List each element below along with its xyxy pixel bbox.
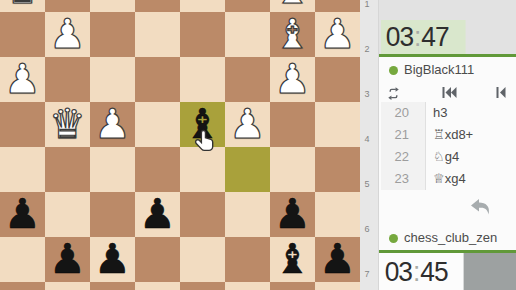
piece-black-pawn[interactable]: ♟ bbox=[0, 192, 45, 237]
online-status-dot bbox=[389, 234, 398, 243]
top-player-row: BigBlack111 bbox=[379, 62, 516, 78]
square-c2[interactable] bbox=[225, 12, 270, 57]
square-g5[interactable] bbox=[45, 147, 90, 192]
move-number: 20 bbox=[379, 102, 409, 124]
square-g2[interactable]: ♟ bbox=[45, 12, 90, 57]
rank-label-5: 5 bbox=[360, 179, 374, 189]
refresh-icon[interactable] bbox=[386, 86, 401, 101]
square-a3[interactable] bbox=[315, 57, 360, 102]
square-c6[interactable] bbox=[225, 192, 270, 237]
square-b2[interactable]: ♝ bbox=[270, 12, 315, 57]
square-b3[interactable]: ♟ bbox=[270, 57, 315, 102]
piece-white-queen[interactable]: ♛ bbox=[45, 102, 90, 147]
piece-black-pawn[interactable]: ♟ bbox=[270, 192, 315, 237]
move-san[interactable]: ♘g4 bbox=[433, 146, 459, 168]
square-a7[interactable]: ♟ bbox=[315, 237, 360, 282]
move-row[interactable]: 21 ♖xd8+ bbox=[379, 124, 516, 146]
game-sidebar: 03:47 BigBlack111 20 h3 21 ♖xd8+ bbox=[379, 0, 516, 290]
square-c3[interactable] bbox=[225, 57, 270, 102]
top-player-clock: 03:47 bbox=[381, 20, 466, 54]
square-h5[interactable] bbox=[0, 147, 45, 192]
piece-white-pawn[interactable]: ♟ bbox=[315, 12, 360, 57]
square-c4[interactable]: ♟ bbox=[225, 102, 270, 147]
square-a4[interactable] bbox=[315, 102, 360, 147]
square-g6[interactable] bbox=[45, 192, 90, 237]
square-h1[interactable]: ♚ bbox=[0, 0, 45, 12]
square-h8[interactable] bbox=[0, 282, 45, 290]
undo-icon[interactable] bbox=[467, 196, 497, 218]
square-a8[interactable] bbox=[315, 282, 360, 290]
move-san[interactable]: ♖xd8+ bbox=[433, 124, 473, 146]
square-f6[interactable] bbox=[90, 192, 135, 237]
move-list-panel: 20 h3 21 ♖xd8+ 22 ♘g4 23 ♕xg4 bbox=[379, 84, 516, 190]
piece-white-pawn[interactable]: ♟ bbox=[45, 12, 90, 57]
square-e1[interactable] bbox=[135, 0, 180, 12]
step-back-icon[interactable] bbox=[495, 86, 507, 99]
piece-black-bishop[interactable]: ♝ bbox=[270, 237, 315, 282]
move-san[interactable]: ♕xg4 bbox=[433, 168, 466, 190]
square-f3[interactable] bbox=[90, 57, 135, 102]
move-number: 23 bbox=[379, 168, 409, 190]
square-f1[interactable] bbox=[90, 0, 135, 12]
square-b5[interactable] bbox=[270, 147, 315, 192]
bottom-clock-separator: : bbox=[412, 256, 420, 287]
move-san[interactable]: h3 bbox=[433, 102, 447, 124]
rank-label-6: 6 bbox=[360, 224, 374, 234]
bottom-player-row: chess_club_zen bbox=[379, 230, 516, 246]
rank-label-2: 2 bbox=[360, 44, 374, 54]
square-e5[interactable] bbox=[135, 147, 180, 192]
skip-to-start-icon[interactable] bbox=[441, 86, 458, 99]
square-b7[interactable]: ♝ bbox=[270, 237, 315, 282]
top-player-name: BigBlack111 bbox=[404, 62, 474, 78]
move-row[interactable]: 22 ♘g4 bbox=[379, 146, 516, 168]
top-clock-separator: : bbox=[413, 21, 421, 52]
rank-label-7: 7 bbox=[360, 269, 374, 279]
square-d7[interactable] bbox=[180, 237, 225, 282]
square-e6[interactable]: ♟ bbox=[135, 192, 180, 237]
move-row[interactable]: 20 h3 bbox=[379, 102, 516, 124]
square-h6[interactable]: ♟ bbox=[0, 192, 45, 237]
piece-black-pawn[interactable]: ♟ bbox=[45, 237, 90, 282]
online-status-dot bbox=[389, 66, 398, 75]
square-f7[interactable]: ♟ bbox=[90, 237, 135, 282]
top-clock-seconds: 47 bbox=[421, 21, 448, 52]
piece-black-pawn[interactable]: ♟ bbox=[90, 237, 135, 282]
bottom-clock-seconds: 45 bbox=[420, 256, 447, 287]
square-a5[interactable] bbox=[315, 147, 360, 192]
square-e7[interactable] bbox=[135, 237, 180, 282]
square-g7[interactable]: ♟ bbox=[45, 237, 90, 282]
square-f8[interactable] bbox=[90, 282, 135, 290]
piece-white-king[interactable]: ♚ bbox=[0, 0, 45, 12]
bottom-player-clock: 03:45 bbox=[379, 253, 464, 290]
square-g3[interactable] bbox=[45, 57, 90, 102]
move-row[interactable]: 23 ♕xg4 bbox=[379, 168, 516, 190]
rank-label-3: 3 bbox=[360, 89, 374, 99]
square-h3[interactable]: ♟ bbox=[0, 57, 45, 102]
square-d8[interactable] bbox=[180, 282, 225, 290]
move-number: 21 bbox=[379, 124, 409, 146]
square-d1[interactable] bbox=[180, 0, 225, 12]
bottom-clock-minutes: 03 bbox=[385, 256, 412, 287]
move-number: 22 bbox=[379, 146, 409, 168]
square-f2[interactable] bbox=[90, 12, 135, 57]
chess-board[interactable]: ♚♝♟♝♟♟♟♛♟♝♟♟♟♟♟♟♝♟ bbox=[0, 0, 360, 290]
rank-label-4: 4 bbox=[360, 134, 374, 144]
square-e2[interactable] bbox=[135, 12, 180, 57]
square-e8[interactable] bbox=[135, 282, 180, 290]
square-a2[interactable]: ♟ bbox=[315, 12, 360, 57]
square-h7[interactable] bbox=[0, 237, 45, 282]
top-clock-minutes: 03 bbox=[386, 21, 413, 52]
square-d3[interactable] bbox=[180, 57, 225, 102]
rank-label-1: 1 bbox=[360, 0, 374, 9]
divider-line-top bbox=[379, 54, 516, 57]
square-g4[interactable]: ♛ bbox=[45, 102, 90, 147]
square-c7[interactable] bbox=[225, 237, 270, 282]
rank-coordinate-gutter: 1234567 bbox=[360, 0, 379, 290]
square-c8[interactable] bbox=[225, 282, 270, 290]
square-e4[interactable] bbox=[135, 102, 180, 147]
square-c5[interactable] bbox=[225, 147, 270, 192]
square-d2[interactable] bbox=[180, 12, 225, 57]
square-d6[interactable] bbox=[180, 192, 225, 237]
square-b8[interactable] bbox=[270, 282, 315, 290]
piece-white-pawn[interactable]: ♟ bbox=[0, 57, 45, 102]
piece-black-pawn[interactable]: ♟ bbox=[315, 237, 360, 282]
square-h2[interactable] bbox=[0, 12, 45, 57]
top-clock-zone: 03:47 bbox=[379, 0, 516, 54]
bottom-player-name: chess_club_zen bbox=[404, 230, 497, 246]
square-g8[interactable] bbox=[45, 282, 90, 290]
bottom-clock-zone: 03:45 bbox=[379, 253, 516, 290]
square-h4[interactable] bbox=[0, 102, 45, 147]
piece-white-bishop[interactable]: ♝ bbox=[270, 12, 315, 57]
square-a6[interactable] bbox=[315, 192, 360, 237]
hand-cursor-icon bbox=[193, 128, 217, 156]
piece-white-pawn[interactable]: ♟ bbox=[270, 57, 315, 102]
piece-white-pawn[interactable]: ♟ bbox=[90, 102, 135, 147]
square-c1[interactable] bbox=[225, 0, 270, 12]
piece-white-pawn[interactable]: ♟ bbox=[225, 102, 270, 147]
square-b4[interactable] bbox=[270, 102, 315, 147]
piece-black-pawn[interactable]: ♟ bbox=[135, 192, 180, 237]
square-b6[interactable]: ♟ bbox=[270, 192, 315, 237]
chess-board-viewport: ♚♝♟♝♟♟♟♛♟♝♟♟♟♟♟♟♝♟ bbox=[0, 0, 360, 290]
square-e3[interactable] bbox=[135, 57, 180, 102]
square-f4[interactable]: ♟ bbox=[90, 102, 135, 147]
square-f5[interactable] bbox=[90, 147, 135, 192]
